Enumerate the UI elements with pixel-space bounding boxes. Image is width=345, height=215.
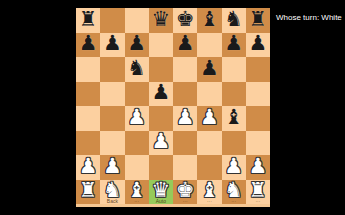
- square-g7[interactable]: ♟: [222, 33, 246, 58]
- app-window: ♜♛♚♝♞♜♟♟♟♟♟♟♞♟♟♟♟♟♝♟♟♟♟♟♜♞Back♝···♛Auto♚…: [0, 0, 345, 215]
- square-c3[interactable]: [125, 131, 149, 156]
- square-d3[interactable]: ♟: [149, 131, 173, 156]
- square-caption-h1: ···: [246, 198, 270, 204]
- square-e5[interactable]: [173, 82, 197, 107]
- square-a7[interactable]: ♟: [76, 33, 100, 58]
- piece-black-bishop-icon: ♝: [224, 107, 243, 128]
- piece-black-knight-icon: ♞: [127, 58, 146, 79]
- piece-black-bishop-icon: ♝: [200, 9, 219, 30]
- square-b5[interactable]: [100, 82, 124, 107]
- square-d6[interactable]: [149, 57, 173, 82]
- piece-white-pawn-icon: ♟: [248, 156, 267, 177]
- square-d8[interactable]: ♛: [149, 8, 173, 33]
- square-b8[interactable]: [100, 8, 124, 33]
- square-c8[interactable]: [125, 8, 149, 33]
- square-b3[interactable]: [100, 131, 124, 156]
- square-g4[interactable]: ♝: [222, 106, 246, 131]
- square-h5[interactable]: [246, 82, 270, 107]
- square-a2[interactable]: ♟: [76, 155, 100, 180]
- square-g5[interactable]: [222, 82, 246, 107]
- square-e2[interactable]: [173, 155, 197, 180]
- square-b2[interactable]: ♟: [100, 155, 124, 180]
- piece-white-pawn-icon: ♟: [200, 107, 219, 128]
- square-a6[interactable]: [76, 57, 100, 82]
- square-h7[interactable]: ♟: [246, 33, 270, 58]
- square-d4[interactable]: [149, 106, 173, 131]
- square-caption-d1: Auto: [149, 198, 173, 204]
- square-h6[interactable]: [246, 57, 270, 82]
- square-c4[interactable]: ♟: [125, 106, 149, 131]
- square-e6[interactable]: [173, 57, 197, 82]
- piece-black-rook-icon: ♜: [79, 9, 98, 30]
- square-a3[interactable]: [76, 131, 100, 156]
- piece-black-pawn-icon: ♟: [200, 58, 219, 79]
- piece-black-pawn-icon: ♟: [103, 33, 122, 54]
- piece-black-king-icon: ♚: [176, 9, 195, 30]
- square-b6[interactable]: [100, 57, 124, 82]
- square-f1[interactable]: ♝···: [197, 180, 221, 205]
- square-f7[interactable]: [197, 33, 221, 58]
- piece-white-pawn-icon: ♟: [224, 156, 243, 177]
- square-b1[interactable]: ♞Back: [100, 180, 124, 205]
- piece-black-pawn-icon: ♟: [127, 33, 146, 54]
- square-caption-c1: ···: [125, 198, 149, 204]
- square-e8[interactable]: ♚: [173, 8, 197, 33]
- square-g6[interactable]: [222, 57, 246, 82]
- square-g1[interactable]: ♞···: [222, 180, 246, 205]
- square-a8[interactable]: ♜: [76, 8, 100, 33]
- square-b4[interactable]: [100, 106, 124, 131]
- square-d7[interactable]: [149, 33, 173, 58]
- square-caption-f1: ···: [197, 198, 221, 204]
- piece-black-pawn-icon: ♟: [151, 82, 170, 103]
- piece-black-knight-icon: ♞: [224, 9, 243, 30]
- square-e4[interactable]: ♟: [173, 106, 197, 131]
- square-g3[interactable]: [222, 131, 246, 156]
- square-caption-e1: ···: [173, 198, 197, 204]
- square-c2[interactable]: [125, 155, 149, 180]
- square-f3[interactable]: [197, 131, 221, 156]
- square-a5[interactable]: [76, 82, 100, 107]
- piece-white-pawn-icon: ♟: [176, 107, 195, 128]
- piece-black-pawn-icon: ♟: [176, 33, 195, 54]
- piece-black-rook-icon: ♜: [248, 9, 267, 30]
- square-f2[interactable]: [197, 155, 221, 180]
- piece-white-pawn-icon: ♟: [127, 107, 146, 128]
- piece-white-pawn-icon: ♟: [79, 156, 98, 177]
- square-f6[interactable]: ♟: [197, 57, 221, 82]
- square-h2[interactable]: ♟: [246, 155, 270, 180]
- square-c6[interactable]: ♞: [125, 57, 149, 82]
- square-h1[interactable]: ♜···: [246, 180, 270, 205]
- square-d5[interactable]: ♟: [149, 82, 173, 107]
- piece-black-pawn-icon: ♟: [79, 33, 98, 54]
- square-b7[interactable]: ♟: [100, 33, 124, 58]
- square-g8[interactable]: ♞: [222, 8, 246, 33]
- square-f8[interactable]: ♝: [197, 8, 221, 33]
- square-f4[interactable]: ♟: [197, 106, 221, 131]
- square-e1[interactable]: ♚···: [173, 180, 197, 205]
- square-e3[interactable]: [173, 131, 197, 156]
- square-c5[interactable]: [125, 82, 149, 107]
- square-caption-b1: Back: [100, 198, 124, 204]
- square-a4[interactable]: [76, 106, 100, 131]
- square-h3[interactable]: [246, 131, 270, 156]
- piece-black-queen-icon: ♛: [151, 9, 170, 30]
- square-c1[interactable]: ♝···: [125, 180, 149, 205]
- square-e7[interactable]: ♟: [173, 33, 197, 58]
- square-d1[interactable]: ♛Auto: [149, 180, 173, 205]
- square-c7[interactable]: ♟: [125, 33, 149, 58]
- square-a1[interactable]: ♜: [76, 180, 100, 205]
- square-g2[interactable]: ♟: [222, 155, 246, 180]
- piece-black-pawn-icon: ♟: [224, 33, 243, 54]
- piece-white-pawn-icon: ♟: [103, 156, 122, 177]
- piece-white-pawn-icon: ♟: [151, 131, 170, 152]
- square-f5[interactable]: [197, 82, 221, 107]
- chess-board: ♜♛♚♝♞♜♟♟♟♟♟♟♞♟♟♟♟♟♝♟♟♟♟♟♜♞Back♝···♛Auto♚…: [76, 8, 270, 207]
- piece-black-pawn-icon: ♟: [248, 33, 267, 54]
- square-h4[interactable]: [246, 106, 270, 131]
- square-h8[interactable]: ♜: [246, 8, 270, 33]
- square-caption-g1: ···: [222, 198, 246, 204]
- square-d2[interactable]: [149, 155, 173, 180]
- piece-white-rook-icon: ♜: [79, 180, 98, 201]
- turn-indicator: Whose turn: White: [276, 13, 342, 23]
